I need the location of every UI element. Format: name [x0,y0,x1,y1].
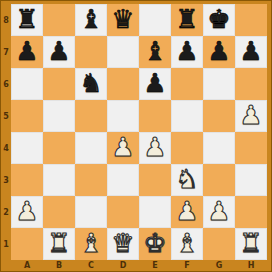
square-a1[interactable] [11,228,43,260]
piece-white-pawn-f2[interactable]: ♟ [175,195,198,227]
square-d1[interactable]: ♛ [107,228,139,260]
square-c1[interactable]: ♝ [75,228,107,260]
square-e2[interactable] [139,196,171,228]
square-a7[interactable]: ♟ [11,36,43,68]
file-label-b: B [43,259,75,272]
square-a3[interactable] [11,164,43,196]
rank-label-3: 3 [1,164,11,196]
square-b1[interactable]: ♜ [43,228,75,260]
square-b2[interactable] [43,196,75,228]
square-f2[interactable]: ♟ [171,196,203,228]
square-b3[interactable] [43,164,75,196]
square-e3[interactable] [139,164,171,196]
square-h7[interactable]: ♟ [235,36,267,68]
square-f5[interactable] [171,100,203,132]
square-h4[interactable] [235,132,267,164]
square-f7[interactable]: ♟ [171,36,203,68]
square-a2[interactable]: ♟ [11,196,43,228]
file-label-c: C [75,259,107,272]
square-h5[interactable]: ♟ [235,100,267,132]
piece-white-bishop-f1[interactable]: ♝ [175,227,198,259]
rank-label-8: 8 [1,4,11,36]
square-f8[interactable]: ♜ [171,4,203,36]
piece-white-pawn-g2[interactable]: ♟ [207,195,230,227]
square-b5[interactable] [43,100,75,132]
square-g6[interactable] [203,68,235,100]
rank-label-2: 2 [1,196,11,228]
piece-white-queen-d1[interactable]: ♛ [111,227,134,259]
piece-white-pawn-a2[interactable]: ♟ [15,195,38,227]
square-h8[interactable] [235,4,267,36]
file-label-d: D [107,259,139,272]
rank-label-4: 4 [1,132,11,164]
piece-white-bishop-c1[interactable]: ♝ [79,227,102,259]
square-e6[interactable]: ♟ [139,68,171,100]
file-labels: ABCDEFGH [11,259,267,272]
square-d3[interactable] [107,164,139,196]
square-h2[interactable] [235,196,267,228]
square-c7[interactable] [75,36,107,68]
square-c4[interactable] [75,132,107,164]
piece-black-queen-d8[interactable]: ♛ [111,3,134,35]
square-b8[interactable] [43,4,75,36]
square-e1[interactable]: ♚ [139,228,171,260]
piece-black-pawn-a7[interactable]: ♟ [15,35,38,67]
square-h3[interactable] [235,164,267,196]
piece-white-rook-h1[interactable]: ♜ [239,227,262,259]
piece-black-pawn-e6[interactable]: ♟ [143,67,166,99]
chess-board[interactable]: ♜♝♛♜♚♟♟♝♟♟♟♞♟♟♟♟♞♟♟♟♜♝♛♚♝♜ [11,4,267,260]
square-b6[interactable] [43,68,75,100]
square-h1[interactable]: ♜ [235,228,267,260]
square-f3[interactable]: ♞ [171,164,203,196]
rank-label-6: 6 [1,68,11,100]
square-g1[interactable] [203,228,235,260]
piece-black-bishop-c8[interactable]: ♝ [79,3,102,35]
square-a4[interactable] [11,132,43,164]
square-a6[interactable] [11,68,43,100]
square-a8[interactable]: ♜ [11,4,43,36]
square-c5[interactable] [75,100,107,132]
square-d6[interactable] [107,68,139,100]
rank-label-5: 5 [1,100,11,132]
square-e8[interactable] [139,4,171,36]
rank-labels: 87654321 [1,4,11,260]
file-label-e: E [139,259,171,272]
piece-white-pawn-e4[interactable]: ♟ [143,131,166,163]
square-d8[interactable]: ♛ [107,4,139,36]
piece-black-rook-f8[interactable]: ♜ [175,3,198,35]
square-e5[interactable] [139,100,171,132]
square-g5[interactable] [203,100,235,132]
piece-black-pawn-h7[interactable]: ♟ [239,35,262,67]
rank-label-7: 7 [1,36,11,68]
square-b7[interactable]: ♟ [43,36,75,68]
square-d2[interactable] [107,196,139,228]
square-e4[interactable]: ♟ [139,132,171,164]
square-d5[interactable] [107,100,139,132]
square-d4[interactable]: ♟ [107,132,139,164]
piece-white-knight-f3[interactable]: ♞ [175,163,198,195]
piece-white-king-e1[interactable]: ♚ [143,227,166,259]
file-label-a: A [11,259,43,272]
square-c8[interactable]: ♝ [75,4,107,36]
piece-white-pawn-d4[interactable]: ♟ [111,131,134,163]
file-label-f: F [171,259,203,272]
square-g4[interactable] [203,132,235,164]
rank-label-1: 1 [1,228,11,260]
piece-black-pawn-b7[interactable]: ♟ [47,35,70,67]
piece-black-knight-c6[interactable]: ♞ [79,67,102,99]
square-c2[interactable] [75,196,107,228]
square-a5[interactable] [11,100,43,132]
square-f1[interactable]: ♝ [171,228,203,260]
square-h6[interactable] [235,68,267,100]
square-e7[interactable]: ♝ [139,36,171,68]
square-f4[interactable] [171,132,203,164]
piece-white-pawn-h5[interactable]: ♟ [239,99,262,131]
square-c6[interactable]: ♞ [75,68,107,100]
chess-board-frame: 87654321 ♜♝♛♜♚♟♟♝♟♟♟♞♟♟♟♟♞♟♟♟♜♝♛♚♝♜ ABCD… [0,0,272,272]
piece-black-bishop-e7[interactable]: ♝ [143,35,166,67]
square-f6[interactable] [171,68,203,100]
file-label-h: H [235,259,267,272]
square-g7[interactable]: ♟ [203,36,235,68]
square-g2[interactable]: ♟ [203,196,235,228]
file-label-g: G [203,259,235,272]
piece-black-pawn-f7[interactable]: ♟ [175,35,198,67]
square-b4[interactable] [43,132,75,164]
piece-black-king-g8[interactable]: ♚ [207,3,230,35]
square-g3[interactable] [203,164,235,196]
square-d7[interactable] [107,36,139,68]
piece-white-rook-b1[interactable]: ♜ [47,227,70,259]
piece-black-pawn-g7[interactable]: ♟ [207,35,230,67]
piece-black-rook-a8[interactable]: ♜ [15,3,38,35]
square-c3[interactable] [75,164,107,196]
square-g8[interactable]: ♚ [203,4,235,36]
